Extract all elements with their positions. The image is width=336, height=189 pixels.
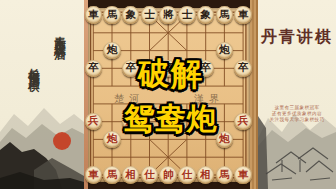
piece-red-e9: 帥 [159, 166, 176, 183]
piece-character: 車 [88, 10, 99, 21]
piece-character: 士 [144, 10, 155, 21]
caption-line: 关注我每天学习象棋技巧 [258, 117, 336, 123]
video-frame: 青山不厌三杯酒 长日惟消一局棋 丹青讲棋 这里有三届象棋冠军 还有更多优质象棋内… [0, 0, 336, 189]
piece-character: 車 [238, 170, 249, 181]
overlay-title-line-2: 鸳鸯炮 [84, 99, 258, 140]
piece-black-h0: 馬 [216, 6, 233, 23]
piece-black-a0: 車 [85, 6, 102, 23]
piece-character: 仕 [144, 170, 155, 181]
piece-red-a9: 車 [85, 166, 102, 183]
piece-black-b0: 馬 [103, 6, 120, 23]
piece-red-h9: 馬 [216, 166, 233, 183]
ink-mountain-painting-left [0, 0, 84, 189]
piece-red-g9: 相 [197, 166, 214, 183]
piece-red-c9: 相 [122, 166, 139, 183]
left-decor-panel: 青山不厌三杯酒 长日惟消一局棋 [0, 0, 84, 189]
piece-character: 馬 [219, 170, 230, 181]
piece-character: 象 [200, 10, 211, 21]
piece-red-i9: 車 [234, 166, 251, 183]
piece-black-d0: 士 [141, 6, 158, 23]
piece-character: 將 [163, 10, 174, 21]
piece-character: 相 [200, 170, 211, 181]
piece-character: 士 [182, 10, 193, 21]
piece-character: 車 [238, 10, 249, 21]
piece-character: 帥 [163, 170, 174, 181]
piece-black-g0: 象 [197, 6, 214, 23]
right-decor-panel: 丹青讲棋 这里有三届象棋冠军 还有更多优质象棋内容 关注我每天学习象棋技巧 [258, 0, 336, 189]
overlay-title-line-1: 破解 [84, 53, 258, 95]
piece-character: 馬 [107, 10, 118, 21]
piece-character: 馬 [219, 10, 230, 21]
piece-character: 仕 [182, 170, 193, 181]
piece-red-f9: 仕 [178, 166, 195, 183]
piece-character: 相 [125, 170, 136, 181]
channel-caption-lines: 这里有三届象棋冠军 还有更多优质象棋内容 关注我每天学习象棋技巧 [258, 105, 336, 123]
piece-red-d9: 仕 [141, 166, 158, 183]
piece-red-b9: 馬 [103, 166, 120, 183]
piece-black-c0: 象 [122, 6, 139, 23]
piece-character: 車 [88, 170, 99, 181]
channel-title: 丹青讲棋 [258, 27, 336, 48]
piece-black-f0: 士 [178, 6, 195, 23]
piece-character: 馬 [107, 170, 118, 181]
piece-character: 象 [125, 10, 136, 21]
piece-black-e0: 將 [159, 6, 176, 23]
piece-black-i0: 車 [234, 6, 251, 23]
xiangqi-board: 楚河 漢界 車馬象士將士象馬車炮炮卒卒卒卒卒兵兵兵兵兵炮炮車馬相仕帥仕相馬車 [88, 8, 250, 182]
